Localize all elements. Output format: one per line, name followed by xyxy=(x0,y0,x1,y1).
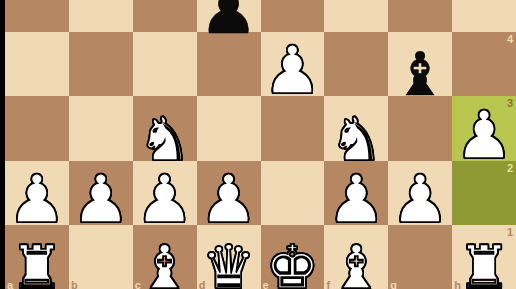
white-pawn-e4[interactable]: ♟ xyxy=(261,32,325,96)
white-bishop-f1[interactable]: ♝ xyxy=(324,225,388,289)
square-b5[interactable] xyxy=(69,0,133,32)
white-pawn-a2[interactable]: ♟ xyxy=(5,161,69,225)
white-pawn-b2[interactable]: ♟ xyxy=(69,161,133,225)
white-pawn-c2[interactable]: ♟ xyxy=(133,161,197,225)
square-c4[interactable] xyxy=(133,32,197,96)
white-rook-a1[interactable]: ♜ xyxy=(5,225,69,289)
square-a5[interactable] xyxy=(5,0,69,32)
white-pawn-glyph: ♟ xyxy=(71,167,130,233)
square-c5[interactable] xyxy=(133,0,197,32)
black-pawn-d5[interactable]: ♟ xyxy=(197,0,261,32)
black-bishop-g4[interactable]: ♝ xyxy=(388,32,452,96)
square-b4[interactable] xyxy=(69,32,133,96)
white-rook-glyph: ♜ xyxy=(457,237,511,289)
white-bishop-glyph: ♝ xyxy=(329,237,383,289)
white-pawn-glyph: ♟ xyxy=(199,167,258,233)
square-b3[interactable] xyxy=(69,96,133,160)
white-knight-glyph: ♞ xyxy=(329,109,383,169)
square-d3[interactable] xyxy=(197,96,261,160)
square-h5[interactable] xyxy=(452,0,516,32)
white-pawn-glyph: ♟ xyxy=(391,167,450,233)
white-pawn-glyph: ♟ xyxy=(327,167,386,233)
square-a4[interactable] xyxy=(5,32,69,96)
white-rook-h1[interactable]: ♜ xyxy=(452,225,516,289)
white-pawn-f2[interactable]: ♟ xyxy=(324,161,388,225)
white-pawn-d2[interactable]: ♟ xyxy=(197,161,261,225)
white-knight-glyph: ♞ xyxy=(138,109,192,169)
white-pawn-glyph: ♟ xyxy=(454,103,513,169)
white-bishop-glyph: ♝ xyxy=(138,237,192,289)
white-queen-glyph: ♛ xyxy=(202,237,256,289)
white-king-glyph: ♚ xyxy=(266,237,320,289)
square-e5[interactable] xyxy=(261,0,325,32)
white-bishop-c1[interactable]: ♝ xyxy=(133,225,197,289)
white-rook-glyph: ♜ xyxy=(10,237,64,289)
square-g5[interactable] xyxy=(388,0,452,32)
black-bishop-glyph: ♝ xyxy=(393,44,447,104)
white-king-e1[interactable]: ♚ xyxy=(261,225,325,289)
chess-board: 4321abcdefgh♟♟♝♞♞♟♟♟♟♟♟♟♜♝♛♚♝♜ xyxy=(5,0,516,289)
chess-screenshot: 4321abcdefgh♟♟♝♞♞♟♟♟♟♟♟♟♜♝♛♚♝♜ xyxy=(0,0,516,289)
white-pawn-g2[interactable]: ♟ xyxy=(388,161,452,225)
white-pawn-glyph: ♟ xyxy=(7,167,66,233)
white-pawn-h3[interactable]: ♟ xyxy=(452,96,516,160)
white-knight-c3[interactable]: ♞ xyxy=(133,96,197,160)
white-pawn-glyph: ♟ xyxy=(135,167,194,233)
square-a3[interactable] xyxy=(5,96,69,160)
white-queen-d1[interactable]: ♛ xyxy=(197,225,261,289)
square-h4[interactable] xyxy=(452,32,516,96)
white-knight-f3[interactable]: ♞ xyxy=(324,96,388,160)
square-f4[interactable] xyxy=(324,32,388,96)
black-pawn-glyph: ♟ xyxy=(199,0,258,44)
square-f5[interactable] xyxy=(324,0,388,32)
white-pawn-glyph: ♟ xyxy=(263,38,322,104)
square-e2[interactable] xyxy=(261,161,325,225)
